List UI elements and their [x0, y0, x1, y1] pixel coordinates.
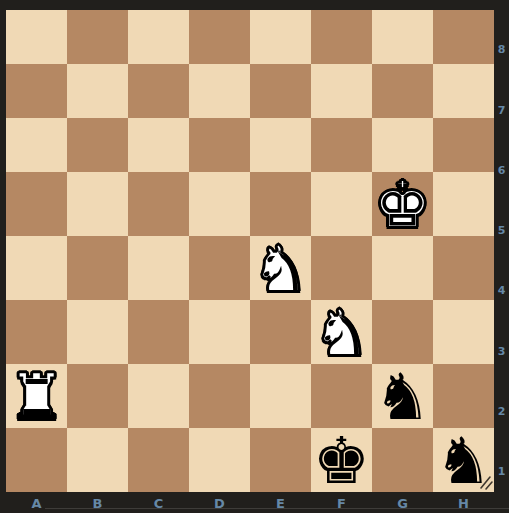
square-a6[interactable] [6, 118, 67, 172]
square-e7[interactable] [250, 64, 311, 118]
square-b1[interactable] [67, 428, 128, 492]
square-b6[interactable] [67, 118, 128, 172]
square-a3[interactable] [6, 300, 67, 364]
rank-label-2: 2 [494, 372, 509, 432]
square-b4[interactable] [67, 236, 128, 300]
square-d2[interactable] [189, 364, 250, 428]
square-a7[interactable] [6, 64, 67, 118]
white-knight[interactable]: ♞ [313, 301, 370, 365]
black-knight[interactable]: ♞ [374, 365, 431, 429]
rank-label-1: 1 [494, 432, 509, 492]
square-d7[interactable] [189, 64, 250, 118]
square-g1[interactable] [372, 428, 433, 492]
square-d6[interactable] [189, 118, 250, 172]
square-f3[interactable]: ♞ [311, 300, 372, 364]
black-king[interactable]: ♚ [313, 429, 370, 493]
chess-board[interactable]: ♚♞♞♜♞♚♞ [6, 10, 494, 492]
square-d4[interactable] [189, 236, 250, 300]
square-f5[interactable] [311, 172, 372, 236]
square-e5[interactable] [250, 172, 311, 236]
square-f8[interactable] [311, 10, 372, 64]
square-c2[interactable] [128, 364, 189, 428]
square-e2[interactable] [250, 364, 311, 428]
square-g5[interactable]: ♚ [372, 172, 433, 236]
square-a8[interactable] [6, 10, 67, 64]
square-a5[interactable] [6, 172, 67, 236]
square-b5[interactable] [67, 172, 128, 236]
square-h4[interactable] [433, 236, 494, 300]
square-e3[interactable] [250, 300, 311, 364]
square-b7[interactable] [67, 64, 128, 118]
white-king[interactable]: ♚ [374, 173, 431, 237]
square-h5[interactable] [433, 172, 494, 236]
square-b2[interactable] [67, 364, 128, 428]
square-g3[interactable] [372, 300, 433, 364]
square-b3[interactable] [67, 300, 128, 364]
square-e4[interactable]: ♞ [250, 236, 311, 300]
square-f6[interactable] [311, 118, 372, 172]
square-c4[interactable] [128, 236, 189, 300]
square-g7[interactable] [372, 64, 433, 118]
square-d8[interactable] [189, 10, 250, 64]
square-g8[interactable] [372, 10, 433, 64]
square-g4[interactable] [372, 236, 433, 300]
square-c7[interactable] [128, 64, 189, 118]
square-d1[interactable] [189, 428, 250, 492]
chess-board-widget: ♚♞♞♜♞♚♞ 87654321 ABCDEFGH [0, 0, 509, 513]
rank-label-3: 3 [494, 311, 509, 371]
square-f7[interactable] [311, 64, 372, 118]
square-e6[interactable] [250, 118, 311, 172]
square-a2[interactable]: ♜ [6, 364, 67, 428]
square-h6[interactable] [433, 118, 494, 172]
square-f2[interactable] [311, 364, 372, 428]
resize-handle-icon[interactable] [477, 473, 495, 491]
square-e8[interactable] [250, 10, 311, 64]
square-a1[interactable] [6, 428, 67, 492]
square-h2[interactable] [433, 364, 494, 428]
square-d3[interactable] [189, 300, 250, 364]
square-h8[interactable] [433, 10, 494, 64]
rank-label-4: 4 [494, 251, 509, 311]
square-c6[interactable] [128, 118, 189, 172]
rank-label-8: 8 [494, 10, 509, 70]
square-c3[interactable] [128, 300, 189, 364]
square-f4[interactable] [311, 236, 372, 300]
square-g6[interactable] [372, 118, 433, 172]
square-a4[interactable] [6, 236, 67, 300]
bottom-divider [45, 508, 509, 509]
square-b8[interactable] [67, 10, 128, 64]
rank-label-6: 6 [494, 131, 509, 191]
square-d5[interactable] [189, 172, 250, 236]
square-f1[interactable]: ♚ [311, 428, 372, 492]
square-h3[interactable] [433, 300, 494, 364]
square-h7[interactable] [433, 64, 494, 118]
rank-coordinates: 87654321 [494, 10, 509, 492]
square-c5[interactable] [128, 172, 189, 236]
white-rook[interactable]: ♜ [8, 365, 65, 429]
square-e1[interactable] [250, 428, 311, 492]
square-c8[interactable] [128, 10, 189, 64]
rank-label-5: 5 [494, 191, 509, 251]
white-knight[interactable]: ♞ [252, 237, 309, 301]
rank-label-7: 7 [494, 70, 509, 130]
square-c1[interactable] [128, 428, 189, 492]
square-g2[interactable]: ♞ [372, 364, 433, 428]
